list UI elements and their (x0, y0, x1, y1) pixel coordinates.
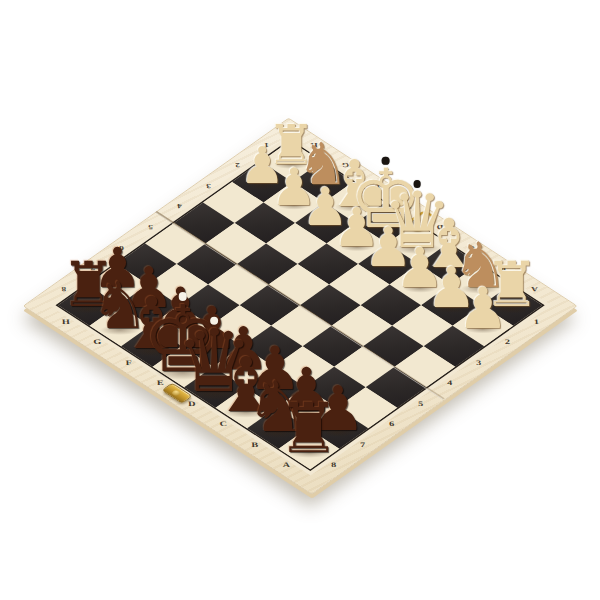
file-label-c-near: C (215, 418, 232, 429)
file-label-f-near: F (120, 357, 137, 368)
rank-label-4-far: 4 (171, 201, 188, 212)
rank-label-2-near: 2 (499, 336, 516, 347)
rank-label-5-near: 5 (412, 398, 429, 409)
rank-label-3-far: 3 (200, 181, 217, 192)
rank-label-4-near: 4 (441, 377, 458, 388)
rank-label-7-far: 7 (84, 263, 101, 274)
rank-label-8-far: 8 (55, 283, 72, 294)
file-label-e-far: E (400, 201, 417, 212)
file-label-b-far: B (494, 263, 511, 274)
rank-label-8-near: 8 (325, 459, 342, 470)
file-label-a-far: A (526, 283, 543, 294)
file-label-a-near: A (278, 459, 295, 470)
rank-label-6-far: 6 (113, 242, 130, 253)
file-label-d-far: D (431, 222, 448, 233)
rank-label-7-near: 7 (354, 439, 371, 450)
rank-label-6-near: 6 (383, 418, 400, 429)
rank-label-1-near: 1 (528, 316, 545, 327)
file-label-g-near: G (89, 336, 106, 347)
product-photo-stage: HH11GG22FF33EE44DD55CC66BB77AA88 ♜♞♝♛♚♝♞… (0, 0, 600, 600)
rank-label-3-near: 3 (470, 357, 487, 368)
file-label-g-far: G (337, 160, 354, 171)
file-label-h-far: H (305, 140, 322, 151)
file-label-d-near: D (183, 398, 200, 409)
file-label-f-far: F (368, 181, 385, 192)
rank-label-5-far: 5 (142, 222, 159, 233)
rank-label-2-far: 2 (229, 160, 246, 171)
file-label-h-near: H (57, 316, 74, 327)
file-label-c-far: C (463, 242, 480, 253)
rank-label-1-far: 1 (258, 140, 275, 151)
finial-dot-d1 (414, 181, 421, 188)
file-label-b-near: B (246, 439, 263, 450)
finial-dot-e1 (382, 157, 390, 165)
file-label-e-near: E (152, 377, 169, 388)
